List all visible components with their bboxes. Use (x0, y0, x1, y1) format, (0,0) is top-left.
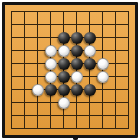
intersection[interactable] (96, 83, 109, 96)
intersection[interactable] (109, 5, 122, 18)
intersection[interactable] (96, 70, 109, 83)
intersection[interactable] (44, 96, 57, 109)
intersection[interactable] (83, 96, 96, 109)
intersection[interactable] (109, 96, 122, 109)
intersection[interactable] (83, 57, 96, 70)
intersection[interactable] (31, 109, 44, 122)
intersection[interactable] (31, 57, 44, 70)
intersection[interactable] (5, 44, 18, 57)
white-stone (71, 71, 83, 83)
intersection[interactable] (83, 122, 96, 135)
intersection[interactable] (57, 122, 70, 135)
black-stone (71, 84, 83, 96)
intersection[interactable] (31, 83, 44, 96)
intersection[interactable] (31, 31, 44, 44)
intersection[interactable] (122, 83, 135, 96)
intersection[interactable] (5, 96, 18, 109)
intersection[interactable] (109, 83, 122, 96)
intersection[interactable] (96, 5, 109, 18)
intersection[interactable] (44, 57, 57, 70)
intersection[interactable] (31, 18, 44, 31)
intersection[interactable] (70, 122, 83, 135)
black-stone (58, 84, 70, 96)
intersection[interactable] (18, 57, 31, 70)
intersection[interactable] (96, 18, 109, 31)
intersection[interactable] (18, 18, 31, 31)
white-stone (45, 58, 57, 70)
intersection[interactable] (96, 57, 109, 70)
black-stone (84, 58, 96, 70)
intersection[interactable] (83, 83, 96, 96)
intersection[interactable] (31, 44, 44, 57)
intersection[interactable] (18, 109, 31, 122)
intersection[interactable] (122, 109, 135, 122)
intersection[interactable] (57, 44, 70, 57)
intersection[interactable] (122, 57, 135, 70)
intersection[interactable] (70, 83, 83, 96)
intersection[interactable] (109, 44, 122, 57)
intersection[interactable] (5, 70, 18, 83)
black-stone (58, 58, 70, 70)
white-stone (58, 45, 70, 57)
white-stone (58, 97, 70, 109)
intersection[interactable] (122, 44, 135, 57)
intersection[interactable] (5, 109, 18, 122)
intersection[interactable] (44, 83, 57, 96)
frame-notch-mark (73, 136, 78, 140)
intersection[interactable] (44, 70, 57, 83)
intersection[interactable] (44, 31, 57, 44)
black-stone (71, 32, 83, 44)
intersection[interactable] (18, 122, 31, 135)
black-stone (58, 32, 70, 44)
screenshot-root (0, 0, 140, 140)
black-stone (45, 84, 57, 96)
intersection[interactable] (122, 122, 135, 135)
white-stone (32, 84, 44, 96)
intersection[interactable] (44, 5, 57, 18)
intersection[interactable] (109, 18, 122, 31)
intersection[interactable] (83, 109, 96, 122)
intersection[interactable] (109, 31, 122, 44)
intersection[interactable] (96, 122, 109, 135)
intersection[interactable] (18, 83, 31, 96)
white-stone (97, 71, 109, 83)
intersection[interactable] (44, 18, 57, 31)
intersection[interactable] (109, 109, 122, 122)
intersection[interactable] (31, 70, 44, 83)
intersection[interactable] (18, 70, 31, 83)
intersection[interactable] (96, 44, 109, 57)
intersection[interactable] (57, 109, 70, 122)
intersection[interactable] (122, 31, 135, 44)
intersection[interactable] (70, 44, 83, 57)
board-frame (2, 2, 138, 138)
intersection[interactable] (83, 18, 96, 31)
intersection[interactable] (70, 96, 83, 109)
intersection[interactable] (31, 122, 44, 135)
intersection[interactable] (96, 31, 109, 44)
intersection[interactable] (5, 83, 18, 96)
intersection[interactable] (57, 57, 70, 70)
intersection[interactable] (5, 5, 18, 18)
intersection[interactable] (122, 70, 135, 83)
intersection[interactable] (57, 96, 70, 109)
white-stone (84, 45, 96, 57)
intersection[interactable] (18, 5, 31, 18)
intersection[interactable] (31, 5, 44, 18)
intersection[interactable] (57, 83, 70, 96)
intersection[interactable] (109, 70, 122, 83)
white-stone (45, 71, 57, 83)
intersection[interactable] (109, 57, 122, 70)
intersection[interactable] (57, 5, 70, 18)
black-stone (71, 45, 83, 57)
intersection[interactable] (18, 44, 31, 57)
intersection[interactable] (31, 96, 44, 109)
intersection[interactable] (122, 18, 135, 31)
intersection[interactable] (70, 70, 83, 83)
gomoku-board (5, 5, 135, 135)
intersection[interactable] (5, 57, 18, 70)
intersection[interactable] (18, 96, 31, 109)
intersection[interactable] (70, 57, 83, 70)
black-stone (84, 84, 96, 96)
intersection[interactable] (83, 70, 96, 83)
white-stone (45, 45, 57, 57)
intersection[interactable] (83, 5, 96, 18)
intersection[interactable] (5, 122, 18, 135)
intersection[interactable] (83, 31, 96, 44)
intersection[interactable] (44, 44, 57, 57)
intersection[interactable] (57, 18, 70, 31)
intersection[interactable] (44, 122, 57, 135)
intersection[interactable] (83, 44, 96, 57)
intersection[interactable] (96, 96, 109, 109)
intersection[interactable] (18, 31, 31, 44)
intersection[interactable] (96, 109, 109, 122)
intersection[interactable] (122, 96, 135, 109)
intersection[interactable] (109, 122, 122, 135)
intersection[interactable] (57, 31, 70, 44)
intersection[interactable] (57, 70, 70, 83)
white-stone (97, 58, 109, 70)
intersection[interactable] (70, 109, 83, 122)
black-stone (84, 32, 96, 44)
intersection[interactable] (70, 31, 83, 44)
black-stone (58, 71, 70, 83)
intersection[interactable] (5, 18, 18, 31)
black-stone (71, 58, 83, 70)
intersection[interactable] (5, 31, 18, 44)
intersection[interactable] (70, 18, 83, 31)
intersection[interactable] (70, 5, 83, 18)
intersection[interactable] (44, 109, 57, 122)
intersection[interactable] (122, 5, 135, 18)
